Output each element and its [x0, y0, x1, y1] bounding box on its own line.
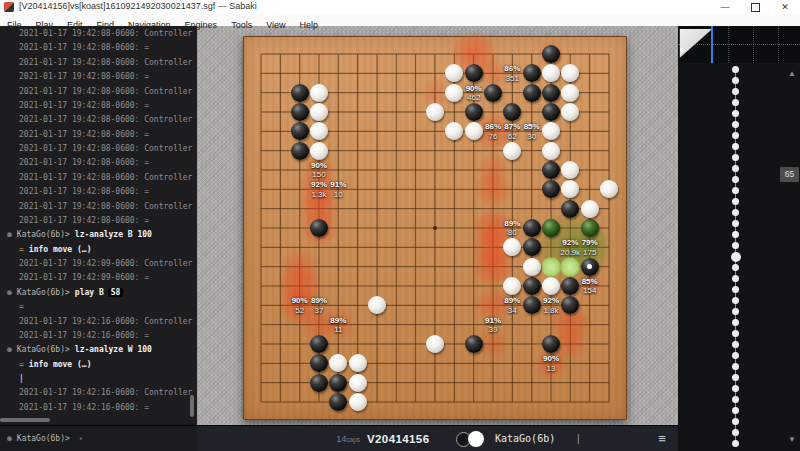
tree-node[interactable]: [732, 77, 739, 84]
stone-black-C14: [291, 142, 309, 160]
console-line: 2021-01-17 19:42:08-0600: Controller: [0, 142, 197, 156]
console-line: 2021-01-17 19:42:08-0600: =: [0, 185, 197, 199]
analysis-label-O15[interactable]: 87%62: [504, 122, 520, 141]
stone-black-Q17: [542, 84, 560, 102]
console-line: |: [0, 372, 197, 386]
stone-white-L17: [445, 84, 463, 102]
menu-item-edit[interactable]: Edit: [60, 19, 90, 31]
tree-node[interactable]: [732, 176, 739, 183]
stone-white-D17: [310, 84, 328, 102]
console-input-prompt: KataGo(6b)>: [17, 434, 70, 443]
console-line: 2021-01-17 19:42:16-0600: =: [0, 329, 197, 343]
tree-node[interactable]: [732, 99, 739, 106]
menu-item-help[interactable]: Help: [293, 19, 326, 31]
board-area: 86%35190%46286%7687%6285%3090%15092%1.3k…: [197, 26, 678, 425]
menu-item-navigation[interactable]: Navigation: [121, 19, 178, 31]
stone-white-P8: [523, 258, 541, 276]
tree-node[interactable]: [732, 220, 739, 227]
console-log: 2021-01-17 19:42:08-0600: Controller2021…: [0, 27, 197, 415]
tree-node[interactable]: [732, 66, 739, 73]
game-tree[interactable]: ▲ ▼ 65: [678, 63, 800, 451]
stone-white-F1: [349, 393, 367, 411]
stone-white-D14: [310, 142, 328, 160]
stone-white-Q14: [542, 142, 560, 160]
close-button[interactable]: ✕: [770, 0, 800, 15]
tree-node[interactable]: [732, 242, 739, 249]
tree-node[interactable]: [732, 429, 739, 436]
stone-white-S11: [581, 200, 599, 218]
console-horizontal-scrollbar[interactable]: [0, 418, 50, 422]
tree-node[interactable]: [732, 275, 739, 282]
stone-black-D4: [310, 335, 328, 353]
tree-node[interactable]: [732, 187, 739, 194]
console-line: 2021-01-17 19:42:08-0600: Controller: [0, 113, 197, 127]
menu-item-file[interactable]: File: [0, 19, 29, 31]
stone-black-D10: [310, 219, 328, 237]
tree-scroll-down-icon[interactable]: ▼: [788, 435, 796, 444]
console-input[interactable]: ●KataGo(6b)>▾: [0, 425, 197, 451]
tree-node[interactable]: [732, 319, 739, 326]
move-number-badge[interactable]: 65: [780, 167, 799, 182]
console-line: 2021-01-17 19:42:16-0600: Controller: [0, 386, 197, 400]
black-player-name: V20414156: [367, 426, 429, 451]
console-line: ●KataGo(6b)>lz-analyze W 100: [0, 343, 197, 357]
tree-node[interactable]: [732, 110, 739, 117]
white-stone-icon: [468, 431, 484, 447]
menu-item-engines[interactable]: Engines: [178, 19, 225, 31]
analysis-label-D12[interactable]: 92%1.3k: [311, 180, 327, 199]
analysis-label-E12[interactable]: 91%10: [330, 180, 346, 199]
console-line: 2021-01-17 19:42:08-0600: Controller: [0, 171, 197, 185]
console-line: 2021-01-17 19:42:16-0600: Controller: [0, 315, 197, 329]
console-line: 2021-01-17 19:42:16-0600: =: [0, 401, 197, 415]
console-line: =info move (…): [0, 358, 197, 372]
engine-bullet-icon: ●: [7, 434, 12, 443]
stone-black-P17: [523, 84, 541, 102]
tree-node[interactable]: [732, 154, 739, 161]
menu-item-tools[interactable]: Tools: [224, 19, 259, 31]
tree-node[interactable]: [732, 198, 739, 205]
analysis-label-Q6[interactable]: 92%1.8k: [543, 296, 559, 315]
gtp-console: 2021-01-17 19:42:08-0600: Controller2021…: [0, 26, 197, 451]
sabaki-app-icon: [4, 2, 14, 12]
console-vertical-scrollbar[interactable]: [190, 395, 194, 417]
console-line: 2021-01-17 19:42:08-0600: =: [0, 70, 197, 84]
window-controls: — ✕: [710, 0, 800, 15]
analysis-label-O10[interactable]: 89%80: [504, 218, 520, 237]
maximize-icon: [751, 3, 760, 12]
stone-black-P7: [523, 277, 541, 295]
stone-black-P10: [523, 219, 541, 237]
analysis-label-Q3[interactable]: 90%13: [543, 354, 559, 373]
console-line: 2021-01-17 19:42:08-0600: =: [0, 214, 197, 228]
winrate-graph[interactable]: [678, 26, 800, 63]
analysis-label-R9[interactable]: 92%20.9k: [561, 238, 581, 257]
go-board[interactable]: 86%35190%46286%7687%6285%3090%15092%1.3k…: [243, 36, 627, 420]
white-player-name: KataGo(6b): [495, 426, 555, 451]
stone-black-N17: [484, 84, 502, 102]
stone-black-C15: [291, 122, 309, 140]
stone-white-R17: [561, 84, 579, 102]
titlebar: [V20414156]vs[koast]1610921492030021437.…: [0, 0, 800, 14]
tree-node[interactable]: [732, 297, 739, 304]
tree-node[interactable]: [732, 352, 739, 359]
star-point: [433, 226, 437, 230]
hamburger-menu-icon[interactable]: ≡: [652, 426, 672, 451]
analysis-label-E5[interactable]: 89%11: [330, 315, 346, 334]
analysis-label-N5[interactable]: 91%39: [485, 315, 501, 334]
analysis-label-D13[interactable]: 90%150: [311, 160, 327, 179]
tree-node[interactable]: [732, 308, 739, 315]
stone-black-Q16: [542, 103, 560, 121]
console-line: 2021-01-17 19:42:08-0600: Controller: [0, 56, 197, 70]
tree-node-current[interactable]: [731, 252, 741, 262]
window-title: [V20414156]vs[koast]1610921492030021437.…: [19, 1, 257, 11]
console-line: 2021-01-17 19:42:08-0600: =: [0, 99, 197, 113]
stone-white-K4: [426, 335, 444, 353]
stone-white-F2: [349, 374, 367, 392]
stone-black-M18: [465, 64, 483, 82]
console-line: 2021-01-17 19:42:09-0600: Controller: [0, 257, 197, 271]
current-player-toggle[interactable]: [455, 431, 487, 447]
console-line: 2021-01-17 19:42:08-0600: =: [0, 156, 197, 170]
stone-black-S10: [581, 219, 599, 237]
analysis-label-N15[interactable]: 86%76: [485, 122, 501, 141]
caret-down-icon[interactable]: ▾: [79, 435, 83, 443]
menu-item-view[interactable]: View: [259, 19, 292, 31]
tree-node[interactable]: [732, 231, 739, 238]
console-line: 2021-01-17 19:42:08-0600: Controller: [0, 85, 197, 99]
stone-white-D16: [310, 103, 328, 121]
white-captures-separator: |: [577, 426, 580, 451]
stone-black-E2: [329, 374, 347, 392]
tree-node[interactable]: [732, 341, 739, 348]
tree-node[interactable]: [732, 286, 739, 293]
tree-node[interactable]: [732, 88, 739, 95]
play-bar: 14caps V20414156 KataGo(6b) | ≡: [197, 425, 678, 451]
tree-node[interactable]: [732, 385, 739, 392]
tree-node[interactable]: [732, 143, 739, 150]
tree-node[interactable]: [732, 132, 739, 139]
stone-white-O14: [503, 142, 521, 160]
stone-black-M16: [465, 103, 483, 121]
tree-node[interactable]: [732, 407, 739, 414]
maximize-button[interactable]: [740, 0, 770, 15]
stone-black-C16: [291, 103, 309, 121]
stone-black-R11: [561, 200, 579, 218]
tree-node[interactable]: [732, 363, 739, 370]
tree-node[interactable]: [732, 440, 739, 447]
menu-item-play[interactable]: Play: [29, 19, 61, 31]
stone-white-M15: [465, 122, 483, 140]
current-move-indicator: [711, 26, 713, 63]
stone-white-F3: [349, 354, 367, 372]
stone-white-Q7: [542, 277, 560, 295]
last-move-marker: [587, 264, 592, 269]
analysis-label-S9[interactable]: 79%175: [582, 238, 598, 257]
console-line: 2021-01-17 19:42:08-0600: =: [0, 128, 197, 142]
tree-scroll-up-icon[interactable]: ▲: [788, 69, 796, 78]
graph-start-dot: [680, 48, 684, 52]
console-line: 2021-01-17 19:42:09-0600: =: [0, 271, 197, 285]
analysis-label-M17[interactable]: 90%462: [466, 83, 482, 102]
console-line: =info move (…): [0, 243, 197, 257]
move-badge: S8: [108, 288, 124, 297]
stone-black-P9: [523, 238, 541, 256]
stone-black-D2: [310, 374, 328, 392]
analysis-label-S7[interactable]: 85%154: [582, 276, 598, 295]
menubar: FilePlayEditFindNavigationEnginesToolsVi…: [0, 14, 800, 26]
sidebar: ▲ ▼ 65: [678, 26, 800, 451]
stone-black-Q4: [542, 335, 560, 353]
stone-black-P6: [523, 296, 541, 314]
stone-black-C17: [291, 84, 309, 102]
analysis-label-P15[interactable]: 85%30: [524, 122, 540, 141]
black-captures: 14caps: [327, 426, 360, 451]
stone-black-Q10: [542, 219, 560, 237]
tree-node[interactable]: [732, 264, 739, 271]
analysis-label-C6[interactable]: 90%52: [292, 296, 308, 315]
console-line: ●KataGo(6b)>play BS8: [0, 286, 197, 300]
tree-node[interactable]: [732, 396, 739, 403]
stone-black-Q19: [542, 45, 560, 63]
tree-node[interactable]: [732, 209, 739, 216]
console-line: 2021-01-17 19:42:08-0600: Controller: [0, 200, 197, 214]
sabaki-window: [V20414156]vs[koast]1610921492030021437.…: [0, 0, 800, 451]
analysis-label-O18[interactable]: 86%351: [504, 64, 520, 83]
stone-black-M4: [465, 335, 483, 353]
console-line: =: [0, 300, 197, 314]
tree-node[interactable]: [732, 374, 739, 381]
analysis-label-D6[interactable]: 89%37: [311, 296, 327, 315]
tree-node[interactable]: [732, 165, 739, 172]
stone-black-Q13: [542, 161, 560, 179]
console-line: 2021-01-17 19:42:08-0600: =: [0, 41, 197, 55]
tree-node[interactable]: [732, 121, 739, 128]
stone-white-K16: [426, 103, 444, 121]
minimize-button[interactable]: —: [710, 0, 740, 15]
graph-midline: [678, 44, 800, 45]
tree-node[interactable]: [732, 418, 739, 425]
stone-black-S8: [581, 258, 599, 276]
tree-node[interactable]: [732, 330, 739, 337]
console-line: ●KataGo(6b)>lz-analyze B 100: [0, 228, 197, 242]
stone-black-P18: [523, 64, 541, 82]
menu-item-find[interactable]: Find: [90, 19, 122, 31]
analysis-label-O6[interactable]: 89%34: [504, 296, 520, 315]
